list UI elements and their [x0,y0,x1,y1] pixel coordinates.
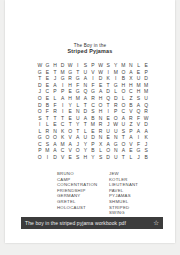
word-list-item: HOLOCAUST [57,205,97,211]
word-list-item: SWING [109,210,138,216]
word-list-item: LIEUTENANT [109,182,138,188]
word-list-left: BRUNOCAMPCONCENTRATIONFRIENDSHIPGERMANYG… [57,171,97,210]
grid-cell: D [51,154,59,161]
puzzle-title: The Boy in the Striped Pyjamas [5,43,175,54]
grid-cell: H [82,154,90,161]
grid-cell: L [127,154,135,161]
grid-cell: Y [89,154,97,161]
puzzle-title-line2: Striped Pyjamas [5,48,175,54]
grid-cell: T [120,154,128,161]
grid-cell: U [112,154,120,161]
grid-cell: S [74,154,82,161]
grid-cell: I [44,154,52,161]
grid-cell: E [66,154,74,161]
grid-cell: D [104,154,112,161]
word-search-grid: WGHDWISPWSYMNLEGETMGTUVWIMOAEPTEJGRGAIDK… [36,62,150,160]
word-list-item: CONCENTRATION [57,182,97,188]
word-list-right: JEWKOTLERLIEUTENANTPAVELPYJAMASSHMUELSTR… [109,171,138,216]
grid-cell: B [142,154,150,161]
star-icon[interactable]: ☆ [153,217,159,229]
footer-filename: The boy in the striped pyjama workbook p… [25,217,126,229]
grid-cell: O [36,154,44,161]
grid-cell: V [59,154,67,161]
grid-cell: S [97,154,105,161]
puzzle-page: The Boy in the Striped Pyjamas WGHDWISPW… [5,0,175,243]
grid-cell: J [135,154,143,161]
footer-bar: The boy in the striped pyjama workbook p… [21,217,163,229]
